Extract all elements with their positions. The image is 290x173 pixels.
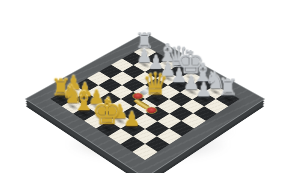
gold-queen-glyph: ♛ bbox=[136, 69, 176, 99]
gold-king-glyph: ♚ bbox=[87, 95, 128, 129]
chess-set-photo: ♜♝♛♚♝♞♜♟♟♟♟♟♟♛♟♟♟♟♟♟♜♞♝♚ bbox=[0, 0, 290, 173]
silver-pawn-glyph: ♟ bbox=[184, 80, 224, 99]
